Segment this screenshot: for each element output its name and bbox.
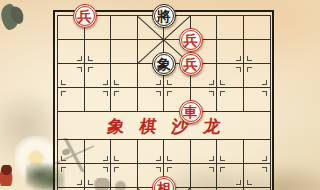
piece-red-elephant[interactable]: 相 [152, 176, 176, 190]
piece-glyph: 相 [157, 181, 171, 190]
piece-black-elephant[interactable]: 象 [152, 52, 176, 76]
board-overlay: 象棋沙龙兵將兵象兵車相 [58, 16, 270, 190]
piece-glyph: 兵 [184, 57, 198, 71]
decor-peony-flower [15, 136, 57, 182]
river-label: 象棋沙龙 [56, 115, 271, 138]
piece-red-soldier-2[interactable]: 兵 [179, 28, 203, 52]
xiangqi-screen: 象棋沙龙兵將兵象兵車相 [0, 0, 320, 190]
piece-glyph: 兵 [78, 9, 92, 23]
piece-black-general[interactable]: 將 [152, 4, 176, 28]
piece-glyph: 象 [157, 57, 171, 71]
decor-red-bird [0, 165, 13, 186]
piece-glyph: 兵 [184, 33, 198, 47]
decor-leaves-top-left [0, 2, 23, 31]
piece-red-soldier-1[interactable]: 兵 [73, 4, 97, 28]
piece-red-chariot[interactable]: 車 [179, 100, 203, 124]
piece-red-soldier-3[interactable]: 兵 [179, 52, 203, 76]
piece-glyph: 車 [184, 105, 198, 119]
piece-glyph: 將 [157, 9, 171, 23]
xiangqi-board[interactable]: 象棋沙龙兵將兵象兵車相 [57, 15, 271, 190]
